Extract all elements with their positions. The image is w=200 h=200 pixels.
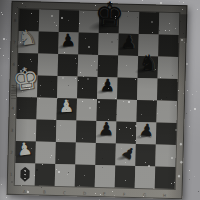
square-d4 xyxy=(76,98,97,121)
square-c6 xyxy=(58,54,79,77)
hinge-mark xyxy=(180,14,188,38)
square-h8 xyxy=(159,13,180,36)
square-b4 xyxy=(36,97,57,120)
square-e2 xyxy=(95,143,116,166)
noise-dot xyxy=(179,1,180,2)
square-e6 xyxy=(98,55,119,78)
rank-label-3: 3 xyxy=(8,127,16,132)
square-c1 xyxy=(55,164,76,187)
square-f4 xyxy=(116,100,137,123)
square-a7 xyxy=(18,31,39,54)
square-b5 xyxy=(37,75,58,98)
rank-label-7: 7 xyxy=(10,39,18,44)
noise-dot xyxy=(183,2,184,3)
square-g4 xyxy=(136,100,157,123)
noise-dot xyxy=(1,75,2,76)
noise-dot xyxy=(187,90,188,91)
square-c8 xyxy=(59,10,80,33)
square-g5 xyxy=(137,78,158,101)
rank-label-4: 4 xyxy=(9,105,17,110)
noise-dot xyxy=(0,48,1,49)
chess-board: ♚♞♟♟♞♚♟♟♟♟♟♟ 87654321ABCDEFGH xyxy=(6,1,187,200)
board-grid xyxy=(15,9,180,189)
noise-dot xyxy=(3,55,4,56)
noise-dot xyxy=(194,176,195,177)
noise-dot xyxy=(197,9,198,10)
square-e7 xyxy=(98,33,119,56)
file-label-e: E xyxy=(103,191,106,196)
square-h5 xyxy=(157,79,178,102)
square-a3 xyxy=(16,119,37,142)
file-label-d: D xyxy=(83,191,86,196)
square-d6 xyxy=(78,54,99,77)
square-f5 xyxy=(117,78,138,101)
square-b7 xyxy=(38,31,59,54)
square-g1 xyxy=(135,166,156,189)
square-h6 xyxy=(158,57,179,80)
square-d3 xyxy=(76,120,97,143)
noise-dot xyxy=(186,113,187,114)
square-d2 xyxy=(75,142,96,165)
rank-label-5: 5 xyxy=(9,83,17,88)
rank-label-8: 8 xyxy=(11,17,19,22)
square-c3 xyxy=(56,120,77,143)
square-a2 xyxy=(15,141,36,164)
square-h7 xyxy=(158,35,179,58)
square-f2 xyxy=(115,144,136,167)
square-b3 xyxy=(36,119,57,142)
square-b2 xyxy=(35,141,56,164)
square-e5 xyxy=(97,77,118,100)
square-c5 xyxy=(57,76,78,99)
square-d8 xyxy=(79,11,100,34)
file-label-g: G xyxy=(143,192,146,197)
noise-dot xyxy=(198,191,199,192)
square-h1 xyxy=(155,167,176,190)
square-c4 xyxy=(56,98,77,121)
square-a4 xyxy=(16,97,37,120)
square-a8 xyxy=(19,9,40,32)
noise-dot xyxy=(6,197,7,198)
noise-dot xyxy=(1,184,2,185)
square-f7 xyxy=(118,34,139,57)
file-label-h: H xyxy=(163,193,166,198)
file-label-f: F xyxy=(123,192,125,197)
noise-dot xyxy=(189,170,190,171)
screw-reflection xyxy=(180,143,182,145)
square-h3 xyxy=(156,123,177,146)
square-f1 xyxy=(115,166,136,189)
file-label-c: C xyxy=(63,190,66,195)
corner-marker xyxy=(19,166,31,181)
noise-dot xyxy=(2,14,3,15)
noise-dot xyxy=(1,12,2,13)
coordinate-labels: 87654321ABCDEFGH xyxy=(12,1,188,6)
noise-dot xyxy=(3,38,5,40)
square-g8 xyxy=(139,12,160,35)
square-b8 xyxy=(39,9,60,32)
noise-dot xyxy=(189,179,190,180)
square-c7 xyxy=(58,32,79,55)
noise-dot xyxy=(194,108,196,110)
noise-dot xyxy=(99,199,100,200)
noise-dot xyxy=(189,126,190,127)
square-e4 xyxy=(96,99,117,122)
noise-dot xyxy=(192,94,193,95)
square-h4 xyxy=(156,101,177,124)
file-label-a: A xyxy=(23,189,26,194)
screw-reflection xyxy=(180,161,182,163)
square-e8 xyxy=(99,11,120,34)
square-f8 xyxy=(119,12,140,35)
square-g6 xyxy=(138,56,159,79)
rank-label-6: 6 xyxy=(10,61,18,66)
square-g7 xyxy=(138,34,159,57)
noise-dot xyxy=(142,0,143,1)
rank-label-2: 2 xyxy=(8,149,16,154)
chess-photo-scene: ♚♞♟♟♞♚♟♟♟♟♟♟ 87654321ABCDEFGH xyxy=(0,0,200,200)
square-a1 xyxy=(15,163,36,186)
noise-dot xyxy=(6,99,7,100)
file-label-b: B xyxy=(43,190,46,195)
square-b1 xyxy=(35,163,56,186)
rank-label-1: 1 xyxy=(7,171,15,176)
square-g3 xyxy=(136,122,157,145)
square-a6 xyxy=(18,53,39,76)
square-e1 xyxy=(95,165,116,188)
noise-dot xyxy=(196,91,197,92)
square-b6 xyxy=(38,53,59,76)
noise-dot xyxy=(6,39,7,40)
square-f6 xyxy=(118,56,139,79)
square-e3 xyxy=(96,121,117,144)
noise-dot xyxy=(186,63,188,65)
square-h2 xyxy=(155,145,176,168)
screw-reflection xyxy=(178,175,180,177)
square-g2 xyxy=(135,144,156,167)
square-d1 xyxy=(75,164,96,187)
square-d5 xyxy=(77,76,98,99)
square-a5 xyxy=(17,75,38,98)
square-d7 xyxy=(78,32,99,55)
square-f3 xyxy=(116,122,137,145)
noise-dot xyxy=(190,110,191,111)
square-c2 xyxy=(55,142,76,165)
